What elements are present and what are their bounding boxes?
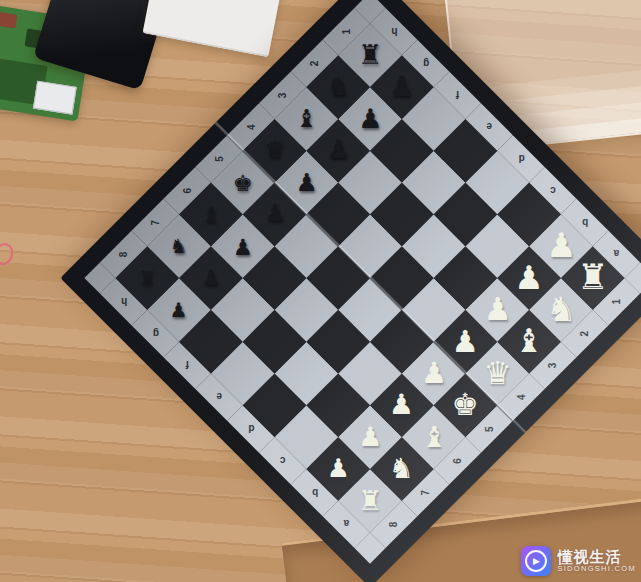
- file-letter: g: [152, 328, 158, 339]
- black-pawn: ♟: [358, 105, 382, 132]
- white-pawn: ♟: [514, 262, 543, 295]
- pcb-component: [0, 11, 17, 28]
- black-queen: ♛: [264, 139, 285, 163]
- rank-number: 8: [118, 252, 129, 258]
- file-letter: d: [518, 153, 524, 164]
- play-icon: ▶: [525, 550, 547, 572]
- file-letter: h: [121, 296, 127, 307]
- white-pawn: ♟: [452, 326, 479, 356]
- file-letter: g: [422, 58, 428, 69]
- white-pawn: ♟: [421, 359, 447, 388]
- file-letter: h: [391, 26, 397, 37]
- file-letter: c: [550, 185, 556, 196]
- file-letter: f: [456, 90, 459, 101]
- black-pawn: ♟: [295, 170, 317, 195]
- black-pawn: ♟: [201, 267, 220, 288]
- rank-number: 6: [452, 458, 463, 464]
- rank-number: 1: [341, 29, 352, 35]
- white-bishop: ♝: [514, 325, 543, 358]
- rank-number: 8: [388, 522, 399, 528]
- black-rook: ♜: [139, 269, 156, 288]
- rank-number: 4: [245, 124, 256, 130]
- black-pawn: ♟: [389, 73, 414, 101]
- file-letter: e: [486, 122, 492, 133]
- black-pawn: ♟: [170, 300, 188, 320]
- white-pawn: ♟: [327, 456, 350, 482]
- white-knight: ♞: [389, 455, 414, 483]
- watermark-logo-icon: ▶: [521, 546, 551, 576]
- white-queen: ♛: [483, 358, 511, 390]
- white-pawn: ♟: [546, 229, 576, 263]
- rank-number: 4: [515, 394, 526, 400]
- red-pen-mark: [0, 240, 17, 268]
- black-rook: ♜: [358, 42, 382, 69]
- rank-number: 3: [547, 363, 558, 369]
- photo-scene: abcdefgh8♜♟♟♜87♞♟♟♞76♝♟♟♝65♚♟♟♚54♛♟♟♛43♝…: [0, 0, 641, 582]
- white-pawn: ♟: [483, 294, 511, 326]
- rank-number: 7: [150, 220, 161, 226]
- watermark-title: 懂视生活: [557, 548, 636, 565]
- white-pawn: ♟: [358, 424, 382, 451]
- black-bishop: ♝: [295, 107, 317, 132]
- file-letter: f: [186, 360, 189, 371]
- file-letter: e: [216, 392, 222, 403]
- black-bishop: ♝: [201, 204, 220, 225]
- black-knight: ♞: [170, 236, 188, 256]
- black-king: ♚: [233, 171, 253, 193]
- watermark: ▶ 懂视生活 SIDONGSHI.COM: [521, 546, 636, 576]
- white-king: ♚: [452, 390, 479, 420]
- black-pawn: ♟: [327, 138, 350, 164]
- pcb-connector: [33, 81, 77, 115]
- file-letter: a: [344, 519, 350, 530]
- file-letter: a: [614, 249, 620, 260]
- rank-number: 5: [214, 156, 225, 162]
- rank-number: 7: [420, 490, 431, 496]
- rank-number: 5: [484, 426, 495, 432]
- file-letter: c: [280, 455, 286, 466]
- rank-number: 2: [309, 61, 320, 67]
- file-letter: d: [248, 423, 254, 434]
- file-letter: b: [311, 487, 317, 498]
- white-box: [142, 0, 281, 58]
- white-rook: ♜: [577, 261, 608, 296]
- white-rook: ♜: [358, 487, 382, 514]
- file-letter: b: [582, 217, 588, 228]
- black-pawn: ♟: [264, 203, 285, 226]
- rank-number: 6: [182, 188, 193, 194]
- black-knight: ♞: [327, 74, 350, 100]
- white-bishop: ♝: [421, 422, 447, 451]
- black-pawn: ♟: [233, 235, 253, 257]
- rank-number: 3: [277, 92, 288, 98]
- rank-number: 2: [579, 331, 590, 337]
- watermark-domain: SIDONGSHI.COM: [557, 565, 636, 574]
- white-pawn: ♟: [389, 391, 414, 419]
- rank-number: 1: [611, 299, 622, 305]
- white-knight: ♞: [546, 293, 576, 327]
